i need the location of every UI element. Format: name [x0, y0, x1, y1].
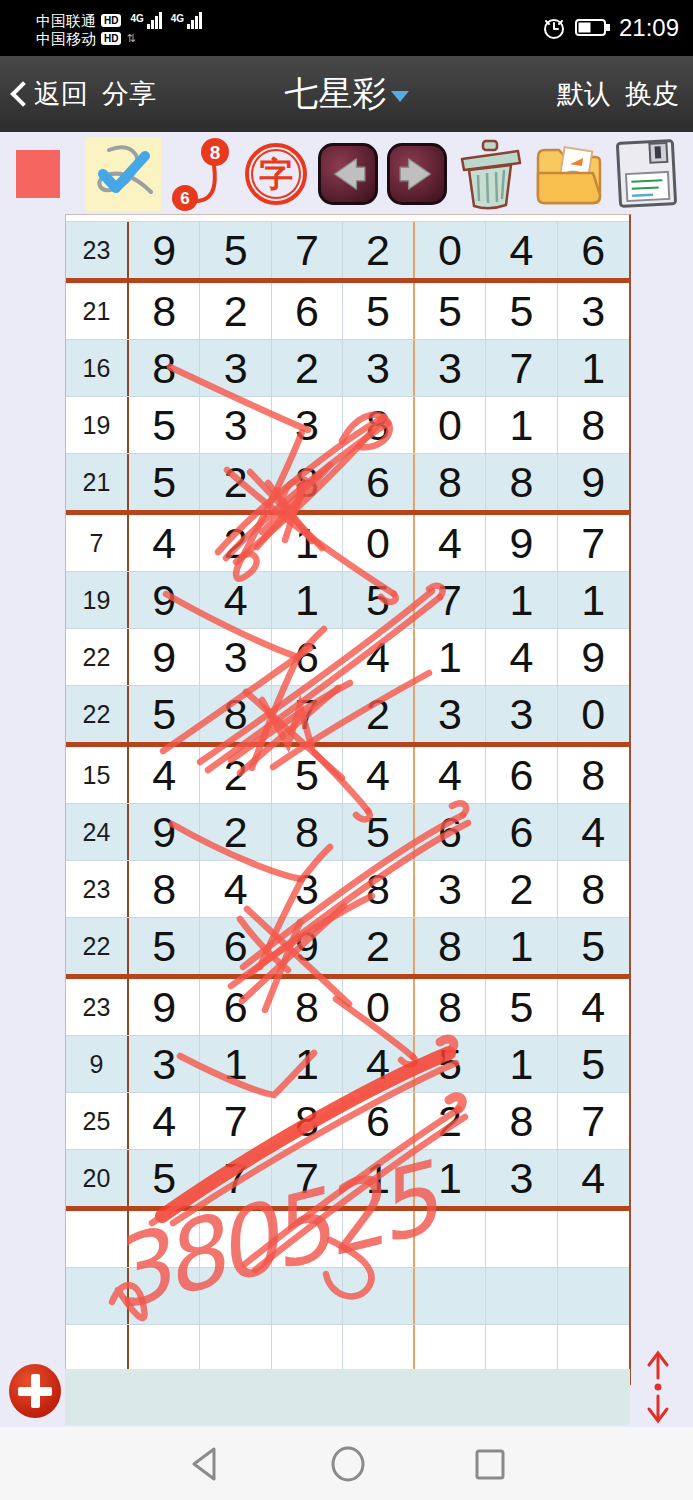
grid-cell[interactable]: 0: [415, 397, 486, 453]
draw-row: 199415711: [66, 572, 629, 629]
grid-cell[interactable]: 7: [415, 572, 486, 628]
partial-row-top: [66, 215, 629, 222]
grid-cell[interactable]: [558, 1268, 629, 1324]
row-count-label: 9: [66, 1036, 129, 1092]
scroll-updown-icon: [637, 1348, 679, 1426]
grid-cell[interactable]: 8: [272, 979, 343, 1035]
grid-cell[interactable]: 8: [343, 861, 414, 917]
check-icon: [89, 142, 157, 206]
grid-cell[interactable]: 9: [129, 629, 200, 685]
grid-cell[interactable]: 1: [272, 572, 343, 628]
grid-cell[interactable]: 3: [486, 1150, 557, 1206]
svg-text:6: 6: [180, 189, 189, 208]
grid-cell[interactable]: 8: [272, 804, 343, 860]
character-stamp-button[interactable]: 字: [243, 141, 309, 207]
grid-cell[interactable]: 6: [486, 804, 557, 860]
share-button[interactable]: 分享: [102, 76, 156, 112]
grid-cell[interactable]: [486, 1268, 557, 1324]
grid-cell[interactable]: [486, 1211, 557, 1267]
prev-arrow-button[interactable]: [318, 143, 378, 205]
grid-cell[interactable]: 8: [415, 979, 486, 1035]
row-count-label: 15: [66, 747, 129, 803]
grid-cell[interactable]: 4: [486, 222, 557, 278]
android-recents-button[interactable]: [472, 1445, 508, 1483]
grid-cell[interactable]: 1: [486, 918, 557, 974]
chevron-down-icon: [391, 91, 409, 102]
grid-cell[interactable]: 8: [486, 454, 557, 510]
grid-cell[interactable]: 3: [415, 861, 486, 917]
draw-row: 249285664: [66, 804, 629, 861]
grid-cell[interactable]: 5: [129, 454, 200, 510]
row-count-label: 25: [66, 1093, 129, 1149]
grid-cell[interactable]: [272, 1211, 343, 1267]
trash-icon: [456, 137, 524, 211]
draw-row: 225872330: [66, 686, 629, 743]
arrow-right-icon: [390, 146, 444, 202]
grid-cell[interactable]: 5: [558, 918, 629, 974]
grid-cell[interactable]: 4: [200, 861, 271, 917]
lottery-number-grid[interactable]: 2395720462182655531683233711953380182152…: [65, 214, 631, 1385]
grid-cell[interactable]: 8: [129, 861, 200, 917]
draw-row: 168323371: [66, 340, 629, 397]
hd-badge-1: HD: [101, 14, 121, 27]
grid-cell[interactable]: 2: [486, 861, 557, 917]
draw-row: 229364149: [66, 629, 629, 686]
draw-row: 239680854: [66, 979, 629, 1036]
grid-cell[interactable]: 5: [415, 1036, 486, 1092]
row-count-label: [66, 1211, 129, 1267]
drawing-toolbar: 6 8 字: [0, 132, 693, 216]
grid-cell[interactable]: 2: [200, 515, 271, 571]
grid-cell[interactable]: 6: [272, 283, 343, 339]
grid-cell[interactable]: 3: [558, 283, 629, 339]
grid-cell[interactable]: 2: [272, 340, 343, 396]
grid-cell[interactable]: [129, 1211, 200, 1267]
grid-cell[interactable]: 5: [129, 918, 200, 974]
grid-cell[interactable]: 1: [558, 572, 629, 628]
grid-cell[interactable]: 1: [272, 515, 343, 571]
skin-default-button[interactable]: 默认: [557, 76, 611, 112]
row-count-label: 23: [66, 979, 129, 1035]
draw-row: 254786287: [66, 1093, 629, 1150]
grid-cell[interactable]: 1: [486, 397, 557, 453]
grid-cell[interactable]: 5: [558, 1036, 629, 1092]
battery-icon: [575, 16, 611, 40]
check-tool-button[interactable]: [85, 137, 161, 211]
row-count-label: 20: [66, 1150, 129, 1206]
grid-cell[interactable]: 3: [272, 861, 343, 917]
grid-cell[interactable]: 2: [415, 1093, 486, 1149]
grid-cell[interactable]: 8: [558, 747, 629, 803]
grid-cell[interactable]: 1: [343, 1150, 414, 1206]
row-count-label: 22: [66, 629, 129, 685]
grid-cell[interactable]: [415, 1211, 486, 1267]
grid-cell[interactable]: 4: [558, 979, 629, 1035]
grid-cell[interactable]: 8: [343, 397, 414, 453]
back-button[interactable]: 返回: [14, 76, 88, 112]
android-back-button[interactable]: [186, 1444, 224, 1484]
grid-cell[interactable]: 8: [558, 397, 629, 453]
row-count-label: 21: [66, 454, 129, 510]
grid-cell[interactable]: [129, 1268, 200, 1324]
row-count-label: 24: [66, 804, 129, 860]
draw-row: 93114515: [66, 1036, 629, 1093]
grid-cell[interactable]: 0: [343, 515, 414, 571]
grid-cell[interactable]: 3: [415, 340, 486, 396]
grid-cell[interactable]: [558, 1211, 629, 1267]
grid-cell[interactable]: 6: [200, 918, 271, 974]
grid-cell[interactable]: 4: [343, 1036, 414, 1092]
title-bar: 返回 分享 七星彩 默认 换皮: [0, 56, 693, 132]
grid-cell[interactable]: 1: [272, 1036, 343, 1092]
grid-cell[interactable]: 5: [200, 222, 271, 278]
color-swatch-red[interactable]: [16, 150, 60, 198]
grid-cell[interactable]: 3: [200, 629, 271, 685]
draw-row: 154254468: [66, 747, 629, 804]
grid-cell[interactable]: 5: [343, 572, 414, 628]
grid-cell[interactable]: 8: [129, 340, 200, 396]
grid-cell[interactable]: 2: [343, 222, 414, 278]
row-count-label: 16: [66, 340, 129, 396]
grid-cell[interactable]: 7: [272, 222, 343, 278]
hd-badge-2: HD: [101, 32, 121, 45]
grid-cell[interactable]: 6: [200, 979, 271, 1035]
carrier-info: 中国联通 HD 4G 4G 中国移动 HD ⇅: [36, 12, 202, 45]
grid-cell[interactable]: 5: [486, 979, 557, 1035]
grid-cell[interactable]: 6: [415, 804, 486, 860]
clock-time: 21:09: [619, 14, 679, 42]
grid-cell[interactable]: [343, 1211, 414, 1267]
grid-cell[interactable]: 5: [272, 747, 343, 803]
connect-numbers-icon: 6 8: [170, 137, 234, 211]
grid-cell[interactable]: 5: [486, 283, 557, 339]
grid-cell[interactable]: 4: [129, 747, 200, 803]
grid-cell[interactable]: 7: [272, 686, 343, 742]
data-transfer-icon: ⇅: [126, 32, 135, 45]
grid-cell[interactable]: 1: [415, 1150, 486, 1206]
empty-row: [66, 1268, 629, 1325]
grid-cell[interactable]: 7: [200, 1150, 271, 1206]
photo-folder-icon: [533, 141, 605, 207]
grid-cell[interactable]: 3: [200, 340, 271, 396]
grid-cell[interactable]: 7: [272, 1150, 343, 1206]
row-count-label: 19: [66, 397, 129, 453]
grid-cell[interactable]: 4: [129, 515, 200, 571]
grid-cell[interactable]: 5: [415, 283, 486, 339]
grid-cell[interactable]: 8: [272, 1093, 343, 1149]
grid-cell[interactable]: [200, 1268, 271, 1324]
scroll-updown-control[interactable]: [637, 1348, 679, 1430]
grid-cell[interactable]: 6: [343, 454, 414, 510]
grid-cell[interactable]: 9: [129, 572, 200, 628]
row-count-label: [66, 1268, 129, 1324]
grid-cell[interactable]: 7: [200, 1093, 271, 1149]
grid-cell[interactable]: 4: [558, 1150, 629, 1206]
draw-row: 225692815: [66, 918, 629, 975]
grid-cell[interactable]: 0: [558, 686, 629, 742]
grid-cell[interactable]: 1: [558, 340, 629, 396]
grid-cell[interactable]: 3: [415, 686, 486, 742]
grid-cell[interactable]: 1: [415, 629, 486, 685]
grid-cell[interactable]: 4: [415, 747, 486, 803]
grid-cell[interactable]: 7: [558, 1093, 629, 1149]
row-count-label: 21: [66, 283, 129, 339]
empty-row: [66, 1211, 629, 1268]
status-bar: 中国联通 HD 4G 4G 中国移动 HD ⇅: [0, 0, 693, 56]
grid-cell[interactable]: 9: [486, 515, 557, 571]
svg-text:字: 字: [259, 155, 293, 193]
row-count-label: 22: [66, 686, 129, 742]
grid-cell[interactable]: 6: [272, 629, 343, 685]
grid-cell[interactable]: 2: [343, 918, 414, 974]
grid-cell[interactable]: [343, 1268, 414, 1324]
grid-cell[interactable]: 9: [129, 222, 200, 278]
row-count-label: 19: [66, 572, 129, 628]
grid-cell[interactable]: 4: [558, 804, 629, 860]
grid-cell[interactable]: 4: [486, 629, 557, 685]
grid-cell[interactable]: 8: [129, 283, 200, 339]
signal-bars-2: 4G: [171, 12, 202, 29]
arrow-left-icon: [321, 146, 375, 202]
grid-cell[interactable]: 9: [558, 629, 629, 685]
grid-cell[interactable]: 3: [272, 397, 343, 453]
grid-cell[interactable]: 0: [415, 222, 486, 278]
save-floppy-button[interactable]: [614, 138, 680, 210]
next-row-partial: [65, 1369, 630, 1425]
grid-cell[interactable]: 7: [558, 515, 629, 571]
grid-cell[interactable]: 3: [129, 1036, 200, 1092]
grid-cell[interactable]: 5: [129, 397, 200, 453]
android-home-button[interactable]: [328, 1443, 368, 1485]
grid-cell[interactable]: 3: [343, 340, 414, 396]
grid-cell[interactable]: 1: [200, 1036, 271, 1092]
grid-cell[interactable]: 6: [486, 747, 557, 803]
grid-cell[interactable]: 2: [343, 686, 414, 742]
draw-row: 238438328: [66, 861, 629, 918]
grid-cell[interactable]: 9: [129, 804, 200, 860]
grid-cell[interactable]: 6: [558, 222, 629, 278]
draw-row: 205771134: [66, 1150, 629, 1207]
grid-cell[interactable]: 5: [129, 1150, 200, 1206]
grid-cell[interactable]: 7: [486, 340, 557, 396]
draw-row: 195338018: [66, 397, 629, 454]
next-arrow-button[interactable]: [387, 143, 447, 205]
grid-cell[interactable]: 9: [272, 918, 343, 974]
carrier2-label: 中国移动: [36, 32, 96, 45]
back-chevron-icon: [10, 81, 35, 106]
draw-row: 215286889: [66, 454, 629, 511]
page-title-dropdown[interactable]: 七星彩: [285, 74, 409, 112]
grid-cell[interactable]: 2: [200, 804, 271, 860]
grid-cell[interactable]: 9: [129, 979, 200, 1035]
grid-cell[interactable]: 4: [415, 515, 486, 571]
android-nav-bar: [0, 1427, 693, 1500]
grid-cell[interactable]: 8: [272, 454, 343, 510]
alarm-icon: [541, 15, 567, 41]
grid-cell[interactable]: 2: [200, 454, 271, 510]
grid-cell[interactable]: 8: [200, 686, 271, 742]
row-count-label: 23: [66, 861, 129, 917]
grid-cell[interactable]: 5: [343, 283, 414, 339]
grid-cell[interactable]: 3: [486, 686, 557, 742]
save-floppy-icon: [614, 138, 680, 210]
grid-cell[interactable]: [200, 1211, 271, 1267]
grid-cell[interactable]: 4: [200, 572, 271, 628]
grid-cell[interactable]: 9: [558, 454, 629, 510]
grid-cell[interactable]: 4: [129, 1093, 200, 1149]
add-button[interactable]: [9, 1364, 61, 1418]
grid-cell[interactable]: 4: [343, 747, 414, 803]
grid-cell[interactable]: [415, 1268, 486, 1324]
draw-row: 239572046: [66, 222, 629, 279]
grid-cell[interactable]: 8: [415, 454, 486, 510]
grid-cell[interactable]: 2: [200, 747, 271, 803]
grid-cell[interactable]: 5: [343, 804, 414, 860]
trash-button[interactable]: [456, 137, 524, 211]
grid-cell[interactable]: [272, 1268, 343, 1324]
grid-cell[interactable]: 4: [343, 629, 414, 685]
grid-cell[interactable]: 6: [343, 1093, 414, 1149]
draw-row: 74210497: [66, 515, 629, 572]
connect-numbers-button[interactable]: 6 8: [170, 137, 234, 211]
grid-cell[interactable]: 8: [558, 861, 629, 917]
draw-row: 218265553: [66, 283, 629, 340]
row-count-label: 22: [66, 918, 129, 974]
grid-cell[interactable]: 1: [486, 1036, 557, 1092]
grid-cell[interactable]: 3: [200, 397, 271, 453]
svg-text:8: 8: [210, 142, 221, 163]
grid-cell[interactable]: 5: [129, 686, 200, 742]
skin-change-button[interactable]: 换皮: [625, 76, 679, 112]
app-screen: 中国联通 HD 4G 4G 中国移动 HD ⇅: [0, 0, 693, 1500]
grid-cell[interactable]: 0: [343, 979, 414, 1035]
grid-cell[interactable]: 2: [200, 283, 271, 339]
carrier1-label: 中国联通: [36, 14, 96, 27]
photo-folder-button[interactable]: [533, 141, 605, 207]
signal-bars-1: 4G: [130, 12, 161, 29]
grid-cell[interactable]: 1: [486, 572, 557, 628]
grid-cell[interactable]: 8: [415, 918, 486, 974]
row-count-label: 7: [66, 515, 129, 571]
character-stamp-icon: 字: [243, 141, 309, 207]
row-count-label: 23: [66, 222, 129, 278]
grid-cell[interactable]: 8: [486, 1093, 557, 1149]
